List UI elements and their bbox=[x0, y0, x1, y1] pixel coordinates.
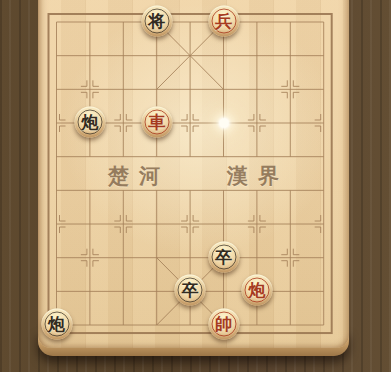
piece-red-general[interactable]: 帥 bbox=[208, 309, 239, 340]
piece-character: 卒 bbox=[215, 248, 232, 265]
piece-character: 将 bbox=[148, 13, 165, 30]
piece-character: 炮 bbox=[81, 114, 98, 131]
piece-character: 卒 bbox=[182, 282, 199, 299]
piece-black-cannon-a[interactable]: 炮 bbox=[74, 107, 105, 138]
river-label-han-jie: 漢界 bbox=[227, 162, 289, 190]
piece-red-soldier[interactable]: 兵 bbox=[208, 6, 239, 37]
piece-red-cannon[interactable]: 炮 bbox=[241, 275, 272, 306]
river-label-chu-he: 楚河 bbox=[108, 162, 170, 190]
piece-black-general[interactable]: 将 bbox=[141, 6, 172, 37]
piece-black-soldier-b[interactable]: 卒 bbox=[175, 275, 206, 306]
piece-character: 帥 bbox=[215, 316, 232, 333]
piece-character: 兵 bbox=[215, 13, 232, 30]
piece-black-soldier-a[interactable]: 卒 bbox=[208, 241, 239, 272]
piece-character: 車 bbox=[148, 114, 165, 131]
piece-character: 炮 bbox=[248, 282, 265, 299]
piece-character: 炮 bbox=[48, 316, 65, 333]
piece-red-chariot[interactable]: 車 bbox=[141, 107, 172, 138]
piece-black-cannon-b[interactable]: 炮 bbox=[41, 309, 72, 340]
last-move-indicator bbox=[219, 119, 228, 128]
table-background: 楚河 漢界 将兵炮車卒卒炮炮帥 bbox=[0, 0, 391, 372]
